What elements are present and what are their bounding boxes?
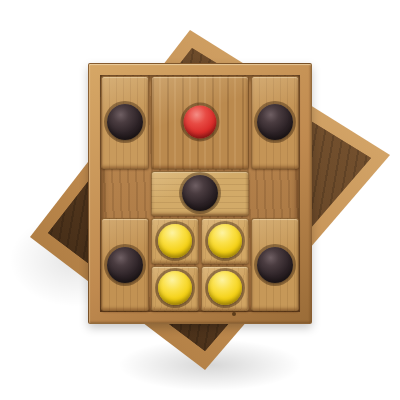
yellow-peg: [158, 224, 192, 258]
piece-E-1x2-vertical[interactable]: [101, 218, 149, 311]
piece-H-1x2-vertical[interactable]: [251, 218, 299, 311]
klotski-puzzle-photo: [0, 0, 400, 400]
piece-B-2x2-square[interactable]: [151, 76, 249, 169]
black-peg: [107, 104, 143, 140]
black-peg: [107, 247, 143, 283]
empty-cell: [100, 170, 150, 217]
empty-cell: [250, 170, 300, 217]
yellow-peg: [208, 271, 242, 305]
black-peg: [257, 247, 293, 283]
board-grid: [100, 75, 300, 312]
black-peg: [182, 175, 218, 211]
piece-D-2x1-horizontal[interactable]: [151, 171, 249, 216]
yellow-peg: [208, 224, 242, 258]
piece-A-1x2-vertical[interactable]: [101, 76, 149, 169]
piece-G-1x1-single[interactable]: [201, 218, 249, 263]
red-peg: [184, 106, 217, 139]
puzzle-tray: [88, 63, 312, 324]
black-peg: [257, 104, 293, 140]
piece-C-1x2-vertical[interactable]: [251, 76, 299, 169]
piece-F-1x1-single[interactable]: [151, 218, 199, 263]
piece-J-1x1-single[interactable]: [201, 266, 249, 311]
piece-I-1x1-single[interactable]: [151, 266, 199, 311]
yellow-peg: [158, 271, 192, 305]
wood-knot-detail: [232, 312, 236, 316]
